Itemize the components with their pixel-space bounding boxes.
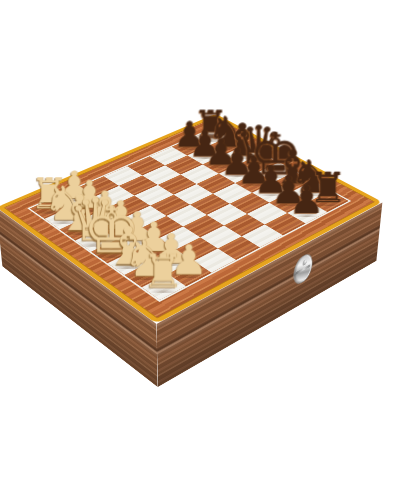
black-pawn-h7[interactable]: ♟ (289, 181, 323, 219)
white-rook-h1[interactable]: ♜ (142, 248, 184, 295)
square-h1[interactable]: ♜ (142, 274, 186, 300)
product-photo-scene: ♜♞♝♛♚♝♞♜♟♟♟♟♟♟♟♟♟♟♟♟♟♟♟♟♜♞♝♛♚♝♞♜ (0, 0, 400, 500)
metal-latch-icon (294, 252, 313, 287)
wooden-chess-box: ♜♞♝♛♚♝♞♜♟♟♟♟♟♟♟♟♟♟♟♟♟♟♟♟♜♞♝♛♚♝♞♜ (0, 114, 382, 324)
